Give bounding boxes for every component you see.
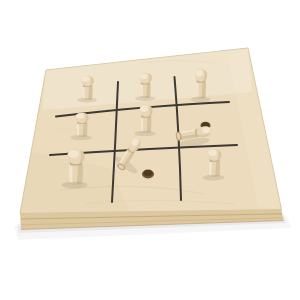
cell-r1c1[interactable] (31, 62, 106, 119)
product-photo-scene (0, 0, 300, 300)
cell-r2c2[interactable] (106, 105, 181, 162)
cell-r3c1[interactable] (41, 163, 116, 220)
cell-r1c3[interactable] (172, 48, 247, 105)
cell-r2c3[interactable] (177, 99, 252, 156)
cell-r2c1[interactable] (36, 112, 111, 169)
cell-r3c2[interactable] (111, 156, 186, 213)
cell-r1c2[interactable] (102, 55, 177, 112)
tic-tac-toe-grid (31, 48, 257, 220)
cell-r3c3[interactable] (182, 149, 257, 206)
